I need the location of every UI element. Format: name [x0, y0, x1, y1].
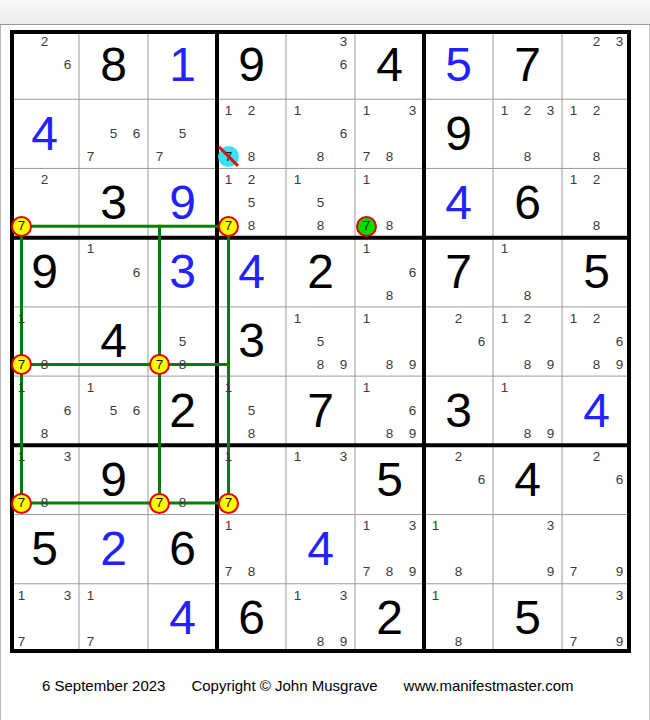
candidate-7: 7: [562, 561, 585, 584]
cell-r3c3[interactable]: 9: [148, 168, 217, 237]
cell-r4c1[interactable]: 9: [10, 238, 79, 307]
candidate-3: 3: [608, 584, 631, 607]
cell-r1c5[interactable]: 36: [286, 30, 355, 99]
pencil-marks: 17: [217, 445, 286, 514]
candidate-2: 2: [585, 445, 608, 468]
candidate-5: 5: [171, 122, 194, 145]
pencil-marks: 137: [10, 584, 79, 653]
candidate-1: 1: [493, 238, 516, 261]
candidate-8: 8: [309, 353, 332, 376]
solved-digit: 4: [79, 307, 148, 376]
candidate-1: 1: [217, 445, 240, 468]
candidate-9: 9: [332, 353, 355, 376]
solved-digit: 5: [355, 445, 424, 514]
cell-r7c2[interactable]: 9: [79, 445, 148, 514]
pencil-marks: 168: [286, 99, 355, 168]
candidate-8: 8: [447, 561, 470, 584]
candidate-1: 1: [355, 168, 378, 191]
solved-digit: 4: [493, 445, 562, 514]
candidate-8: 8: [585, 353, 608, 376]
candidate-7: 7: [79, 145, 102, 168]
solved-digit: 3: [79, 168, 148, 237]
cell-r6c8[interactable]: 189: [493, 376, 562, 445]
candidate-8: 8: [516, 353, 539, 376]
solved-digit: 7: [424, 238, 493, 307]
pencil-marks: 1689: [355, 376, 424, 445]
solved-digit: 1: [148, 30, 217, 99]
pencil-marks: 128: [562, 168, 631, 237]
candidate-8: 8: [378, 215, 401, 238]
candidate-2: 2: [447, 445, 470, 468]
cell-r1c9[interactable]: 23: [562, 30, 631, 99]
candidate-8: 8: [33, 491, 56, 514]
cell-r3c4[interactable]: 12578: [217, 168, 286, 237]
candidate-7: 7: [355, 561, 378, 584]
cell-r2c8[interactable]: 1238: [493, 99, 562, 168]
candidate-7-circled-yellow: 7: [11, 493, 32, 514]
cell-r9c1[interactable]: 137: [10, 584, 79, 653]
cell-r8c4[interactable]: 178: [217, 515, 286, 584]
candidate-6: 6: [608, 330, 631, 353]
candidate-8: 8: [240, 215, 263, 238]
candidate-9: 9: [539, 422, 562, 445]
cell-r7c8[interactable]: 4: [493, 445, 562, 514]
pencil-marks: 27: [10, 168, 79, 237]
pencil-marks: 18: [424, 584, 493, 653]
candidate-3: 3: [401, 99, 424, 122]
cell-r3c7[interactable]: 4: [424, 168, 493, 237]
candidate-7-circled-green: 7: [356, 216, 377, 237]
cell-r6c1[interactable]: 168: [10, 376, 79, 445]
candidate-1: 1: [286, 307, 309, 330]
candidate-3: 3: [401, 515, 424, 538]
solved-digit: 5: [493, 584, 562, 653]
candidate-6: 6: [125, 122, 148, 145]
candidate-5: 5: [171, 330, 194, 353]
pencil-marks: 12578: [217, 168, 286, 237]
candidate-3: 3: [332, 445, 355, 468]
candidate-6: 6: [332, 53, 355, 76]
pencil-marks: 379: [562, 584, 631, 653]
candidate-8: 8: [585, 215, 608, 238]
candidate-9: 9: [401, 561, 424, 584]
pencil-marks: 26: [424, 307, 493, 376]
cell-r8c1[interactable]: 5: [10, 515, 79, 584]
candidate-1: 1: [562, 99, 585, 122]
pencil-marks: 18: [493, 238, 562, 307]
candidate-2: 2: [240, 99, 263, 122]
candidate-1: 1: [355, 99, 378, 122]
pencil-marks: 168: [355, 238, 424, 307]
pencil-marks: 78: [148, 445, 217, 514]
solved-digit: 3: [148, 238, 217, 307]
candidate-8: 8: [171, 353, 194, 376]
candidate-8: 8: [309, 630, 332, 653]
candidate-3: 3: [56, 584, 79, 607]
candidate-1: 1: [355, 307, 378, 330]
cell-r2c2[interactable]: 567: [79, 99, 148, 168]
candidate-9: 9: [608, 353, 631, 376]
candidate-8: 8: [309, 215, 332, 238]
solved-digit: 4: [10, 99, 79, 168]
pencil-marks: 178: [355, 168, 424, 237]
pencil-marks: 1389: [286, 584, 355, 653]
candidate-7-eliminated: 7: [218, 146, 239, 167]
pencil-marks: 13789: [355, 515, 424, 584]
candidate-6: 6: [125, 261, 148, 284]
candidate-3: 3: [332, 584, 355, 607]
candidate-8: 8: [240, 422, 263, 445]
cell-r8c9[interactable]: 79: [562, 515, 631, 584]
solved-digit: 4: [148, 584, 217, 653]
pencil-marks: 168: [10, 376, 79, 445]
candidate-1: 1: [10, 584, 33, 607]
cell-r5c5[interactable]: 1589: [286, 307, 355, 376]
pencil-marks: 36: [286, 30, 355, 99]
cell-r7c5[interactable]: 13: [286, 445, 355, 514]
pencil-marks: 39: [493, 515, 562, 584]
cell-r6c7[interactable]: 3: [424, 376, 493, 445]
pencil-marks: 17: [79, 584, 148, 653]
cell-r7c1[interactable]: 1378: [10, 445, 79, 514]
solved-digit: 3: [217, 307, 286, 376]
cell-r5c6[interactable]: 189: [355, 307, 424, 376]
candidate-8: 8: [240, 145, 263, 168]
cell-r9c8[interactable]: 5: [493, 584, 562, 653]
cell-r5c2[interactable]: 4: [79, 307, 148, 376]
footer-copyright: Copyright © John Musgrave: [191, 677, 377, 694]
candidate-6: 6: [608, 468, 631, 491]
candidate-1: 1: [286, 168, 309, 191]
cell-r6c9[interactable]: 4: [562, 376, 631, 445]
candidate-7-circled-yellow: 7: [149, 493, 170, 514]
cell-r3c2[interactable]: 3: [79, 168, 148, 237]
cell-r2c6[interactable]: 1378: [355, 99, 424, 168]
candidate-8: 8: [585, 145, 608, 168]
candidate-8: 8: [240, 561, 263, 584]
cell-r8c6[interactable]: 13789: [355, 515, 424, 584]
solved-digit: 4: [217, 238, 286, 307]
cell-r6c2[interactable]: 156: [79, 376, 148, 445]
pencil-marks: 189: [355, 307, 424, 376]
cell-r5c9[interactable]: 12689: [562, 307, 631, 376]
candidate-8: 8: [378, 284, 401, 307]
cell-r2c4[interactable]: 1278: [217, 99, 286, 168]
cell-r6c6[interactable]: 1689: [355, 376, 424, 445]
candidate-7-circled-yellow: 7: [11, 216, 32, 237]
cell-r5c3[interactable]: 578: [148, 307, 217, 376]
candidate-5: 5: [102, 122, 125, 145]
cell-r4c8[interactable]: 18: [493, 238, 562, 307]
cell-r9c9[interactable]: 379: [562, 584, 631, 653]
cell-r6c4[interactable]: 158: [217, 376, 286, 445]
pencil-marks: 1238: [493, 99, 562, 168]
candidate-9: 9: [539, 561, 562, 584]
candidate-9: 9: [401, 353, 424, 376]
solved-digit: 9: [79, 445, 148, 514]
solved-digit: 5: [562, 238, 631, 307]
elimination-slash: [218, 146, 239, 167]
pencil-marks: 189: [493, 376, 562, 445]
candidate-2: 2: [33, 30, 56, 53]
cell-r7c4[interactable]: 17: [217, 445, 286, 514]
cell-r8c2[interactable]: 2: [79, 515, 148, 584]
cell-r6c3[interactable]: 2: [148, 376, 217, 445]
candidate-8: 8: [516, 145, 539, 168]
candidate-8: 8: [378, 145, 401, 168]
footer-website: www.manifestmaster.com: [404, 677, 574, 694]
candidate-7: 7: [217, 561, 240, 584]
cell-r2c7[interactable]: 9: [424, 99, 493, 168]
solved-digit: 8: [79, 30, 148, 99]
solved-digit: 9: [217, 30, 286, 99]
cell-r8c8[interactable]: 39: [493, 515, 562, 584]
candidate-1: 1: [217, 376, 240, 399]
candidate-3: 3: [56, 445, 79, 468]
candidate-1: 1: [562, 307, 585, 330]
pencil-marks: 1378: [10, 445, 79, 514]
candidate-3: 3: [332, 30, 355, 53]
candidate-5: 5: [240, 399, 263, 422]
solved-digit: 3: [424, 376, 493, 445]
solved-digit: 7: [286, 376, 355, 445]
solved-digit: 2: [355, 584, 424, 653]
candidate-7: 7: [10, 630, 33, 653]
solved-digit: 9: [148, 168, 217, 237]
candidate-1: 1: [79, 238, 102, 261]
candidate-8: 8: [33, 422, 56, 445]
candidate-3: 3: [539, 515, 562, 538]
candidate-2: 2: [516, 99, 539, 122]
candidate-5: 5: [309, 330, 332, 353]
cell-r2c5[interactable]: 168: [286, 99, 355, 168]
candidate-7: 7: [148, 145, 171, 168]
cell-r4c7[interactable]: 7: [424, 238, 493, 307]
pencil-marks: 26: [562, 445, 631, 514]
candidate-1: 1: [79, 376, 102, 399]
cell-r3c5[interactable]: 158: [286, 168, 355, 237]
candidate-2: 2: [516, 307, 539, 330]
candidate-2: 2: [585, 30, 608, 53]
cell-r5c1[interactable]: 178: [10, 307, 79, 376]
candidate-1: 1: [424, 515, 447, 538]
candidate-7-circled-yellow: 7: [149, 354, 170, 375]
candidate-6: 6: [401, 261, 424, 284]
candidate-8: 8: [378, 422, 401, 445]
candidate-8: 8: [447, 630, 470, 653]
candidate-7: 7: [79, 630, 102, 653]
cell-r8c3[interactable]: 6: [148, 515, 217, 584]
solved-digit: 5: [10, 515, 79, 584]
solved-digit: 4: [562, 376, 631, 445]
pencil-marks: 13: [286, 445, 355, 514]
cell-r2c3[interactable]: 57: [148, 99, 217, 168]
candidate-1: 1: [286, 445, 309, 468]
cell-r9c4[interactable]: 6: [217, 584, 286, 653]
footer-date: 6 September 2023: [42, 677, 165, 694]
pencil-marks: 26: [424, 445, 493, 514]
candidate-6: 6: [56, 53, 79, 76]
candidate-8: 8: [378, 561, 401, 584]
cell-r3c6[interactable]: 178: [355, 168, 424, 237]
cell-r1c2[interactable]: 8: [79, 30, 148, 99]
pencil-marks: 128: [562, 99, 631, 168]
cell-r9c5[interactable]: 1389: [286, 584, 355, 653]
candidate-6: 6: [332, 122, 355, 145]
solved-digit: 4: [355, 30, 424, 99]
cell-r9c2[interactable]: 17: [79, 584, 148, 653]
cell-r1c3[interactable]: 1: [148, 30, 217, 99]
cell-r5c4[interactable]: 3: [217, 307, 286, 376]
candidate-2: 2: [585, 307, 608, 330]
cell-r4c4[interactable]: 4: [217, 238, 286, 307]
candidate-1: 1: [493, 376, 516, 399]
candidate-1: 1: [286, 99, 309, 122]
solved-digit: 4: [286, 515, 355, 584]
candidate-9: 9: [401, 422, 424, 445]
solved-digit: 4: [424, 168, 493, 237]
cell-r9c3[interactable]: 4: [148, 584, 217, 653]
candidate-7-circled-yellow: 7: [11, 354, 32, 375]
cell-r4c5[interactable]: 2: [286, 238, 355, 307]
candidate-2: 2: [240, 168, 263, 191]
candidate-7-circled-yellow: 7: [218, 493, 239, 514]
pencil-marks: 16: [79, 238, 148, 307]
solved-digit: 9: [424, 99, 493, 168]
sudoku-board: 2681936457234567571278168137891238128273…: [10, 30, 631, 653]
solved-digit: 7: [493, 30, 562, 99]
cell-r9c6[interactable]: 2: [355, 584, 424, 653]
cell-r2c9[interactable]: 128: [562, 99, 631, 168]
candidate-1: 1: [10, 445, 33, 468]
pencil-marks: 178: [10, 307, 79, 376]
solved-digit: 2: [148, 376, 217, 445]
candidate-2: 2: [585, 99, 608, 122]
candidate-1: 1: [355, 376, 378, 399]
candidate-9: 9: [332, 630, 355, 653]
candidate-6: 6: [470, 330, 493, 353]
candidate-1: 1: [286, 584, 309, 607]
pencil-marks: 26: [10, 30, 79, 99]
cell-r5c7[interactable]: 26: [424, 307, 493, 376]
candidate-8: 8: [378, 353, 401, 376]
pencil-marks: 156: [79, 376, 148, 445]
solved-digit: 5: [424, 30, 493, 99]
pencil-marks: 1278: [217, 99, 286, 168]
pencil-marks: 1378: [355, 99, 424, 168]
cell-r6c5[interactable]: 7: [286, 376, 355, 445]
cell-r3c9[interactable]: 128: [562, 168, 631, 237]
cell-r7c9[interactable]: 26: [562, 445, 631, 514]
cell-r1c8[interactable]: 7: [493, 30, 562, 99]
solved-digit: 2: [79, 515, 148, 584]
candidate-7: 7: [355, 145, 378, 168]
cell-r4c2[interactable]: 16: [79, 238, 148, 307]
candidate-1: 1: [355, 238, 378, 261]
cell-r1c7[interactable]: 5: [424, 30, 493, 99]
candidate-8: 8: [171, 491, 194, 514]
candidate-2: 2: [33, 168, 56, 191]
candidate-9: 9: [539, 353, 562, 376]
candidate-2: 2: [585, 168, 608, 191]
candidate-6: 6: [470, 468, 493, 491]
candidate-7-circled-yellow: 7: [218, 216, 239, 237]
window-chrome-strip: [0, 0, 650, 25]
cell-r4c9[interactable]: 5: [562, 238, 631, 307]
candidate-1: 1: [217, 515, 240, 538]
cell-r4c3[interactable]: 3: [148, 238, 217, 307]
candidate-8: 8: [516, 422, 539, 445]
candidate-1: 1: [217, 99, 240, 122]
footer: 6 September 2023Copyright © John Musgrav…: [42, 677, 600, 694]
candidate-1: 1: [79, 584, 102, 607]
cell-r1c1[interactable]: 26: [10, 30, 79, 99]
solved-digit: 6: [148, 515, 217, 584]
cell-r5c8[interactable]: 1289: [493, 307, 562, 376]
solved-digit: 6: [493, 168, 562, 237]
pencil-marks: 18: [424, 515, 493, 584]
candidate-8: 8: [309, 145, 332, 168]
pencil-marks: 578: [148, 307, 217, 376]
candidate-1: 1: [493, 307, 516, 330]
candidate-1: 1: [493, 99, 516, 122]
cell-r3c1[interactable]: 27: [10, 168, 79, 237]
cell-r9c7[interactable]: 18: [424, 584, 493, 653]
candidate-6: 6: [56, 399, 79, 422]
cell-r8c7[interactable]: 18: [424, 515, 493, 584]
pencil-marks: 79: [562, 515, 631, 584]
cell-r8c5[interactable]: 4: [286, 515, 355, 584]
candidate-8: 8: [33, 353, 56, 376]
candidate-9: 9: [608, 561, 631, 584]
cell-r7c6[interactable]: 5: [355, 445, 424, 514]
candidate-1: 1: [424, 584, 447, 607]
candidate-1: 1: [10, 376, 33, 399]
cell-r4c6[interactable]: 168: [355, 238, 424, 307]
candidate-1: 1: [10, 307, 33, 330]
pencil-marks: 1289: [493, 307, 562, 376]
pencil-marks: 57: [148, 99, 217, 168]
candidate-8: 8: [516, 284, 539, 307]
cell-r7c3[interactable]: 78: [148, 445, 217, 514]
cell-r1c6[interactable]: 4: [355, 30, 424, 99]
cell-r1c4[interactable]: 9: [217, 30, 286, 99]
candidate-3: 3: [608, 30, 631, 53]
candidate-9: 9: [608, 630, 631, 653]
pencil-marks: 178: [217, 515, 286, 584]
candidate-2: 2: [447, 307, 470, 330]
candidate-5: 5: [102, 399, 125, 422]
candidate-3: 3: [539, 99, 562, 122]
pencil-marks: 23: [562, 30, 631, 99]
candidate-1: 1: [217, 168, 240, 191]
solved-digit: 6: [217, 584, 286, 653]
pencil-marks: 567: [79, 99, 148, 168]
pencil-marks: 12689: [562, 307, 631, 376]
candidate-5: 5: [240, 192, 263, 215]
cell-r3c8[interactable]: 6: [493, 168, 562, 237]
candidate-1: 1: [355, 515, 378, 538]
cell-r7c7[interactable]: 26: [424, 445, 493, 514]
candidate-5: 5: [309, 192, 332, 215]
pencil-marks: 1589: [286, 307, 355, 376]
solved-digit: 9: [10, 238, 79, 307]
solved-digit: 2: [286, 238, 355, 307]
candidate-6: 6: [401, 399, 424, 422]
cell-r2c1[interactable]: 4: [10, 99, 79, 168]
candidate-6: 6: [125, 399, 148, 422]
candidate-1: 1: [562, 168, 585, 191]
